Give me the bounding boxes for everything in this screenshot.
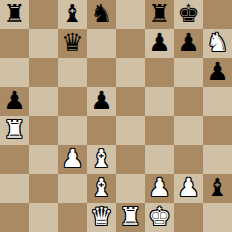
piece-white-bishop[interactable]: ♝ [90,173,112,202]
square-a5[interactable]: ♟ [0,87,29,116]
square-f8[interactable]: ♜ [145,0,174,29]
square-d2[interactable]: ♝ [87,174,116,203]
square-a2[interactable] [0,174,29,203]
piece-black-bishop[interactable]: ♝ [61,0,83,28]
square-c3[interactable]: ♟ [58,145,87,174]
square-d8[interactable]: ♞ [87,0,116,29]
square-g8[interactable]: ♚ [174,0,203,29]
square-d3[interactable]: ♝ [87,145,116,174]
square-h4[interactable] [203,116,232,145]
piece-white-queen[interactable]: ♛ [90,202,112,231]
piece-white-bishop[interactable]: ♝ [90,144,112,173]
square-f3[interactable] [145,145,174,174]
square-c2[interactable] [58,174,87,203]
piece-black-pawn[interactable]: ♟ [3,86,25,115]
piece-black-bishop[interactable]: ♝ [206,173,228,202]
piece-black-rook[interactable]: ♜ [3,0,25,28]
piece-black-pawn[interactable]: ♟ [177,28,199,57]
piece-black-pawn[interactable]: ♟ [206,57,228,86]
square-a7[interactable] [0,29,29,58]
square-f5[interactable] [145,87,174,116]
square-a4[interactable]: ♜ [0,116,29,145]
square-h8[interactable] [203,0,232,29]
square-d7[interactable] [87,29,116,58]
square-b7[interactable] [29,29,58,58]
square-c7[interactable]: ♛ [58,29,87,58]
square-e8[interactable] [116,0,145,29]
square-d1[interactable]: ♛ [87,203,116,232]
piece-white-pawn[interactable]: ♟ [177,173,199,202]
square-b6[interactable] [29,58,58,87]
square-c6[interactable] [58,58,87,87]
piece-black-knight[interactable]: ♞ [90,0,112,28]
square-c8[interactable]: ♝ [58,0,87,29]
chess-board: ♜♝♞♜♚♛♟♟♞♟♟♟♜♟♝♝♟♟♝♛♜♚ [0,0,232,232]
square-d5[interactable]: ♟ [87,87,116,116]
square-g1[interactable] [174,203,203,232]
square-a1[interactable] [0,203,29,232]
piece-white-pawn[interactable]: ♟ [148,173,170,202]
piece-black-pawn[interactable]: ♟ [90,86,112,115]
square-b4[interactable] [29,116,58,145]
square-b1[interactable] [29,203,58,232]
square-f6[interactable] [145,58,174,87]
square-e1[interactable]: ♜ [116,203,145,232]
piece-white-rook[interactable]: ♜ [119,202,141,231]
square-h6[interactable]: ♟ [203,58,232,87]
square-h7[interactable]: ♞ [203,29,232,58]
piece-white-pawn[interactable]: ♟ [61,144,83,173]
square-a3[interactable] [0,145,29,174]
square-a8[interactable]: ♜ [0,0,29,29]
square-e2[interactable] [116,174,145,203]
square-b8[interactable] [29,0,58,29]
piece-black-queen[interactable]: ♛ [61,28,83,57]
piece-black-pawn[interactable]: ♟ [148,28,170,57]
square-h3[interactable] [203,145,232,174]
piece-white-knight[interactable]: ♞ [206,28,228,57]
square-e6[interactable] [116,58,145,87]
square-h2[interactable]: ♝ [203,174,232,203]
square-b2[interactable] [29,174,58,203]
square-f2[interactable]: ♟ [145,174,174,203]
square-h1[interactable] [203,203,232,232]
square-b3[interactable] [29,145,58,174]
square-g4[interactable] [174,116,203,145]
square-g6[interactable] [174,58,203,87]
square-g2[interactable]: ♟ [174,174,203,203]
square-b5[interactable] [29,87,58,116]
square-c4[interactable] [58,116,87,145]
piece-white-king[interactable]: ♚ [148,202,170,231]
square-f1[interactable]: ♚ [145,203,174,232]
square-e7[interactable] [116,29,145,58]
square-e5[interactable] [116,87,145,116]
square-d6[interactable] [87,58,116,87]
square-h5[interactable] [203,87,232,116]
square-d4[interactable] [87,116,116,145]
square-a6[interactable] [0,58,29,87]
piece-white-rook[interactable]: ♜ [3,115,25,144]
square-f7[interactable]: ♟ [145,29,174,58]
square-g7[interactable]: ♟ [174,29,203,58]
square-c5[interactable] [58,87,87,116]
square-e3[interactable] [116,145,145,174]
piece-black-king[interactable]: ♚ [177,0,199,28]
square-e4[interactable] [116,116,145,145]
square-g3[interactable] [174,145,203,174]
piece-black-rook[interactable]: ♜ [148,0,170,28]
square-f4[interactable] [145,116,174,145]
square-g5[interactable] [174,87,203,116]
square-c1[interactable] [58,203,87,232]
